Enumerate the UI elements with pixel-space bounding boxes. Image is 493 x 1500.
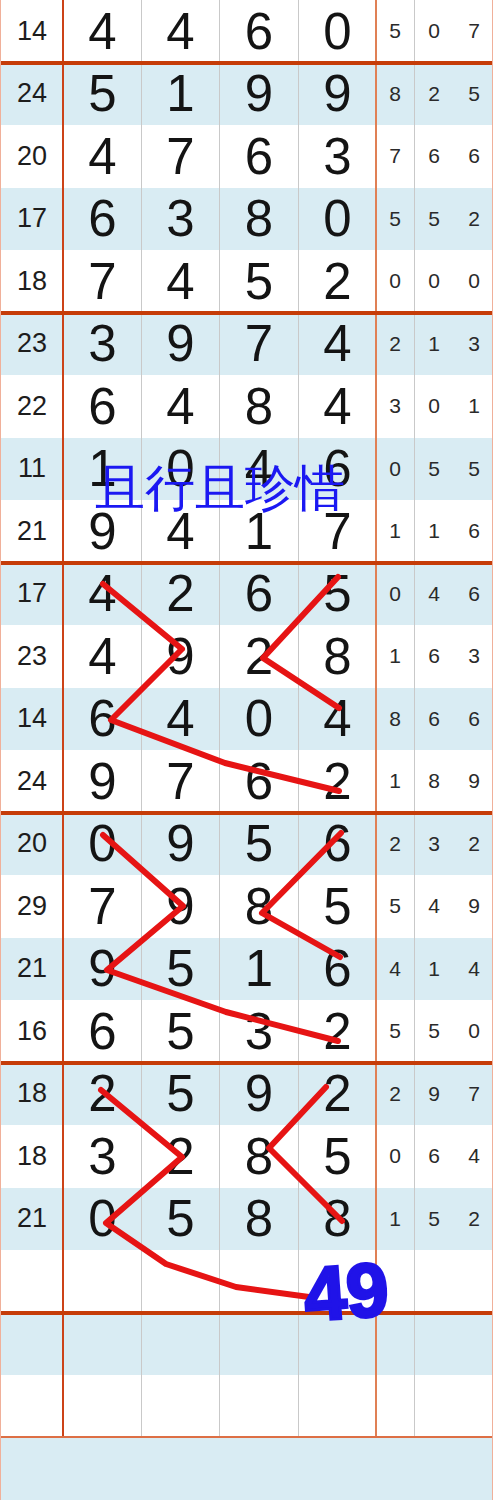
main-digit-cell: 3 bbox=[219, 1000, 298, 1063]
side-digit-cell: 6 bbox=[414, 125, 454, 188]
group-separator-line bbox=[1, 811, 493, 815]
period-cell: 23 bbox=[1, 313, 63, 376]
column-line-1 bbox=[141, 0, 142, 1437]
table-row: 183285064 bbox=[1, 1125, 493, 1188]
column-line-3 bbox=[298, 0, 299, 1437]
table-row bbox=[1, 1313, 493, 1376]
main-digit-cell: 5 bbox=[141, 1063, 219, 1126]
period-cell: 23 bbox=[1, 625, 63, 688]
main-digit-cell: 5 bbox=[298, 1125, 376, 1188]
side-digit-cell: 6 bbox=[454, 688, 493, 751]
side-digit-cell: 5 bbox=[376, 0, 414, 63]
side-digit-cell: 2 bbox=[454, 1188, 493, 1251]
main-digit-cell: 7 bbox=[63, 250, 141, 313]
period-cell: 16 bbox=[1, 1000, 63, 1063]
side-digit-cell: 2 bbox=[376, 313, 414, 376]
column-line-4 bbox=[414, 0, 415, 1437]
side-digit-cell: 6 bbox=[414, 688, 454, 751]
main-digit-cell: 2 bbox=[298, 250, 376, 313]
side-digit-cell bbox=[376, 1375, 414, 1438]
main-digit-cell: 6 bbox=[219, 563, 298, 626]
side-digit-cell: 4 bbox=[414, 563, 454, 626]
side-digit-cell: 4 bbox=[454, 938, 493, 1001]
side-digit-cell: 5 bbox=[454, 438, 493, 501]
main-digit-cell: 6 bbox=[63, 375, 141, 438]
table-row: 182592297 bbox=[1, 1063, 493, 1126]
main-digit-cell: 8 bbox=[219, 188, 298, 251]
table-row: 187452000 bbox=[1, 250, 493, 313]
side-digit-cell: 9 bbox=[454, 875, 493, 938]
period-cell: 11 bbox=[1, 438, 63, 501]
side-digit-cell bbox=[454, 1250, 493, 1313]
side-digit-cell: 6 bbox=[454, 125, 493, 188]
main-digit-cell bbox=[219, 1313, 298, 1376]
column-line-side bbox=[375, 0, 377, 1437]
period-cell: 21 bbox=[1, 1188, 63, 1251]
main-digit-cell: 5 bbox=[141, 1188, 219, 1251]
side-digit-cell: 8 bbox=[414, 750, 454, 813]
side-digit-cell bbox=[414, 1313, 454, 1376]
main-digit-cell bbox=[141, 1313, 219, 1376]
side-digit-cell: 7 bbox=[454, 0, 493, 63]
main-digit-cell: 5 bbox=[219, 250, 298, 313]
side-digit-cell: 1 bbox=[376, 625, 414, 688]
main-digit-cell: 2 bbox=[298, 1000, 376, 1063]
main-digit-cell bbox=[141, 1375, 219, 1438]
period-cell bbox=[1, 1375, 63, 1438]
main-digit-cell: 8 bbox=[219, 375, 298, 438]
main-digit-cell: 9 bbox=[141, 313, 219, 376]
side-digit-cell bbox=[414, 1250, 454, 1313]
main-digit-cell: 8 bbox=[219, 1125, 298, 1188]
main-digit-cell: 9 bbox=[219, 63, 298, 126]
group-separator-line bbox=[1, 1061, 493, 1065]
side-digit-cell: 0 bbox=[414, 250, 454, 313]
main-digit-cell bbox=[298, 1375, 376, 1438]
main-digit-cell: 9 bbox=[141, 625, 219, 688]
main-digit-cell: 9 bbox=[141, 875, 219, 938]
main-digit-cell: 7 bbox=[141, 750, 219, 813]
side-digit-cell: 4 bbox=[414, 875, 454, 938]
main-digit-cell: 6 bbox=[63, 1000, 141, 1063]
side-digit-cell: 1 bbox=[454, 375, 493, 438]
main-digit-cell: 2 bbox=[298, 750, 376, 813]
side-digit-cell: 6 bbox=[414, 625, 454, 688]
main-digit-cell: 4 bbox=[298, 313, 376, 376]
main-digit-cell bbox=[219, 1375, 298, 1438]
side-digit-cell: 2 bbox=[376, 813, 414, 876]
main-digit-cell: 9 bbox=[141, 813, 219, 876]
main-digit-cell: 6 bbox=[219, 125, 298, 188]
side-digit-cell: 8 bbox=[376, 688, 414, 751]
period-cell: 21 bbox=[1, 500, 63, 563]
side-digit-cell: 1 bbox=[376, 1188, 414, 1251]
table-row: 146404866 bbox=[1, 688, 493, 751]
main-digit-cell: 1 bbox=[219, 938, 298, 1001]
main-digit-cell: 3 bbox=[141, 188, 219, 251]
main-digit-cell: 6 bbox=[298, 813, 376, 876]
group-separator-line bbox=[1, 311, 493, 315]
main-digit-cell: 3 bbox=[298, 125, 376, 188]
table-row: 233974213 bbox=[1, 313, 493, 376]
period-cell: 18 bbox=[1, 1063, 63, 1126]
main-digit-cell: 8 bbox=[219, 1188, 298, 1251]
side-digit-cell: 6 bbox=[414, 1125, 454, 1188]
side-digit-cell: 7 bbox=[376, 125, 414, 188]
main-digit-cell: 6 bbox=[63, 188, 141, 251]
main-digit-cell: 9 bbox=[63, 938, 141, 1001]
period-cell: 14 bbox=[1, 688, 63, 751]
number-grid: 1444605072451998252047637661763805521874… bbox=[1, 0, 493, 1438]
main-digit-cell: 9 bbox=[298, 63, 376, 126]
table-row: 166532550 bbox=[1, 1000, 493, 1063]
main-digit-cell: 5 bbox=[298, 563, 376, 626]
side-digit-cell bbox=[454, 1375, 493, 1438]
main-digit-cell: 2 bbox=[141, 1125, 219, 1188]
main-digit-cell: 5 bbox=[141, 938, 219, 1001]
main-digit-cell: 8 bbox=[219, 875, 298, 938]
main-digit-cell: 3 bbox=[63, 313, 141, 376]
side-digit-cell: 9 bbox=[414, 1063, 454, 1126]
main-digit-cell bbox=[63, 1375, 141, 1438]
side-digit-cell: 1 bbox=[376, 750, 414, 813]
main-digit-cell: 4 bbox=[63, 125, 141, 188]
main-digit-cell: 2 bbox=[298, 1063, 376, 1126]
period-cell: 20 bbox=[1, 125, 63, 188]
main-digit-cell: 9 bbox=[63, 750, 141, 813]
lottery-trend-chart: 1444605072451998252047637661763805521874… bbox=[0, 0, 493, 1500]
side-digit-cell: 1 bbox=[376, 500, 414, 563]
main-digit-cell: 0 bbox=[63, 1188, 141, 1251]
side-digit-cell: 4 bbox=[454, 1125, 493, 1188]
main-digit-cell: 4 bbox=[141, 0, 219, 63]
column-line-2 bbox=[219, 0, 220, 1437]
table-row: 144460507 bbox=[1, 0, 493, 63]
main-digit-cell: 5 bbox=[298, 875, 376, 938]
main-digit-cell: 7 bbox=[141, 125, 219, 188]
table-row: 234928163 bbox=[1, 625, 493, 688]
column-line-period bbox=[62, 0, 64, 1437]
group-separator-line bbox=[1, 61, 493, 65]
bottom-band bbox=[1, 1438, 493, 1500]
table-row bbox=[1, 1250, 493, 1313]
main-digit-cell bbox=[141, 1250, 219, 1313]
side-digit-cell: 3 bbox=[414, 813, 454, 876]
main-digit-cell: 4 bbox=[141, 375, 219, 438]
main-digit-cell bbox=[219, 1250, 298, 1313]
side-digit-cell: 5 bbox=[454, 63, 493, 126]
main-digit-cell: 4 bbox=[298, 375, 376, 438]
side-digit-cell: 5 bbox=[414, 188, 454, 251]
table-row: 176380552 bbox=[1, 188, 493, 251]
table-row: 249762189 bbox=[1, 750, 493, 813]
main-digit-cell: 3 bbox=[63, 1125, 141, 1188]
main-digit-cell: 0 bbox=[298, 188, 376, 251]
side-digit-cell: 5 bbox=[414, 1188, 454, 1251]
period-cell bbox=[1, 1313, 63, 1376]
side-digit-cell: 2 bbox=[414, 63, 454, 126]
main-digit-cell: 4 bbox=[63, 563, 141, 626]
side-digit-cell: 6 bbox=[454, 563, 493, 626]
main-digit-cell: 7 bbox=[63, 875, 141, 938]
main-digit-cell: 6 bbox=[219, 0, 298, 63]
side-digit-cell: 3 bbox=[454, 313, 493, 376]
side-digit-cell: 1 bbox=[414, 313, 454, 376]
side-digit-cell: 9 bbox=[454, 750, 493, 813]
period-cell: 24 bbox=[1, 750, 63, 813]
side-digit-cell: 4 bbox=[376, 938, 414, 1001]
main-digit-cell: 4 bbox=[141, 250, 219, 313]
main-digit-cell: 6 bbox=[219, 750, 298, 813]
main-digit-cell: 1 bbox=[141, 63, 219, 126]
main-digit-cell: 4 bbox=[63, 625, 141, 688]
main-digit-cell: 5 bbox=[63, 63, 141, 126]
period-cell: 29 bbox=[1, 875, 63, 938]
table-row: 210588152 bbox=[1, 1188, 493, 1251]
period-cell: 17 bbox=[1, 188, 63, 251]
side-digit-cell: 5 bbox=[414, 1000, 454, 1063]
main-digit-cell: 4 bbox=[298, 688, 376, 751]
side-digit-cell: 0 bbox=[376, 1125, 414, 1188]
side-digit-cell bbox=[414, 1375, 454, 1438]
side-digit-cell: 2 bbox=[454, 813, 493, 876]
main-digit-cell bbox=[63, 1313, 141, 1376]
table-row bbox=[1, 1375, 493, 1438]
period-cell: 24 bbox=[1, 63, 63, 126]
side-digit-cell: 1 bbox=[414, 500, 454, 563]
side-digit-cell: 2 bbox=[454, 188, 493, 251]
side-digit-cell: 0 bbox=[376, 438, 414, 501]
main-digit-cell: 8 bbox=[298, 625, 376, 688]
side-digit-cell: 7 bbox=[454, 1063, 493, 1126]
watermark-text: 且行且珍惜 bbox=[95, 462, 345, 514]
table-row: 200956232 bbox=[1, 813, 493, 876]
table-row: 204763766 bbox=[1, 125, 493, 188]
period-cell: 14 bbox=[1, 0, 63, 63]
main-digit-cell: 6 bbox=[63, 688, 141, 751]
main-digit-cell: 4 bbox=[63, 0, 141, 63]
main-digit-cell: 5 bbox=[141, 1000, 219, 1063]
side-digit-cell: 3 bbox=[454, 625, 493, 688]
period-cell bbox=[1, 1250, 63, 1313]
main-digit-cell: 0 bbox=[219, 688, 298, 751]
side-digit-cell: 2 bbox=[376, 1063, 414, 1126]
table-row: 174265046 bbox=[1, 563, 493, 626]
side-digit-cell: 0 bbox=[376, 250, 414, 313]
period-cell: 21 bbox=[1, 938, 63, 1001]
side-digit-cell: 0 bbox=[414, 0, 454, 63]
side-digit-cell: 3 bbox=[376, 375, 414, 438]
table-row: 226484301 bbox=[1, 375, 493, 438]
side-digit-cell: 5 bbox=[376, 188, 414, 251]
side-digit-cell: 0 bbox=[454, 1000, 493, 1063]
period-cell: 18 bbox=[1, 250, 63, 313]
main-digit-cell: 2 bbox=[219, 625, 298, 688]
side-digit-cell: 5 bbox=[414, 438, 454, 501]
main-digit-cell: 4 bbox=[141, 688, 219, 751]
side-digit-cell bbox=[454, 1313, 493, 1376]
side-digit-cell: 6 bbox=[454, 500, 493, 563]
group-separator-line bbox=[1, 561, 493, 565]
table-row: 245199825 bbox=[1, 63, 493, 126]
table-row: 219516414 bbox=[1, 938, 493, 1001]
period-cell: 20 bbox=[1, 813, 63, 876]
side-digit-cell: 0 bbox=[414, 375, 454, 438]
main-digit-cell: 9 bbox=[219, 1063, 298, 1126]
group-separator-line bbox=[1, 1311, 493, 1315]
period-cell: 18 bbox=[1, 1125, 63, 1188]
main-digit-cell: 7 bbox=[219, 313, 298, 376]
side-digit-cell: 1 bbox=[414, 938, 454, 1001]
main-digit-cell: 2 bbox=[63, 1063, 141, 1126]
table-bottom-line bbox=[1, 1436, 493, 1438]
main-digit-cell: 2 bbox=[141, 563, 219, 626]
main-digit-cell: 0 bbox=[63, 813, 141, 876]
side-digit-cell: 5 bbox=[376, 875, 414, 938]
main-digit-cell: 5 bbox=[219, 813, 298, 876]
table-row: 297985549 bbox=[1, 875, 493, 938]
main-digit-cell: 0 bbox=[298, 0, 376, 63]
main-digit-cell: 8 bbox=[298, 1188, 376, 1251]
side-digit-cell: 0 bbox=[376, 563, 414, 626]
period-cell: 22 bbox=[1, 375, 63, 438]
handwritten-49-annotation: 49 bbox=[301, 1249, 391, 1335]
main-digit-cell: 6 bbox=[298, 938, 376, 1001]
side-digit-cell: 5 bbox=[376, 1000, 414, 1063]
period-cell: 17 bbox=[1, 563, 63, 626]
side-digit-cell: 8 bbox=[376, 63, 414, 126]
side-digit-cell: 0 bbox=[454, 250, 493, 313]
main-digit-cell bbox=[63, 1250, 141, 1313]
